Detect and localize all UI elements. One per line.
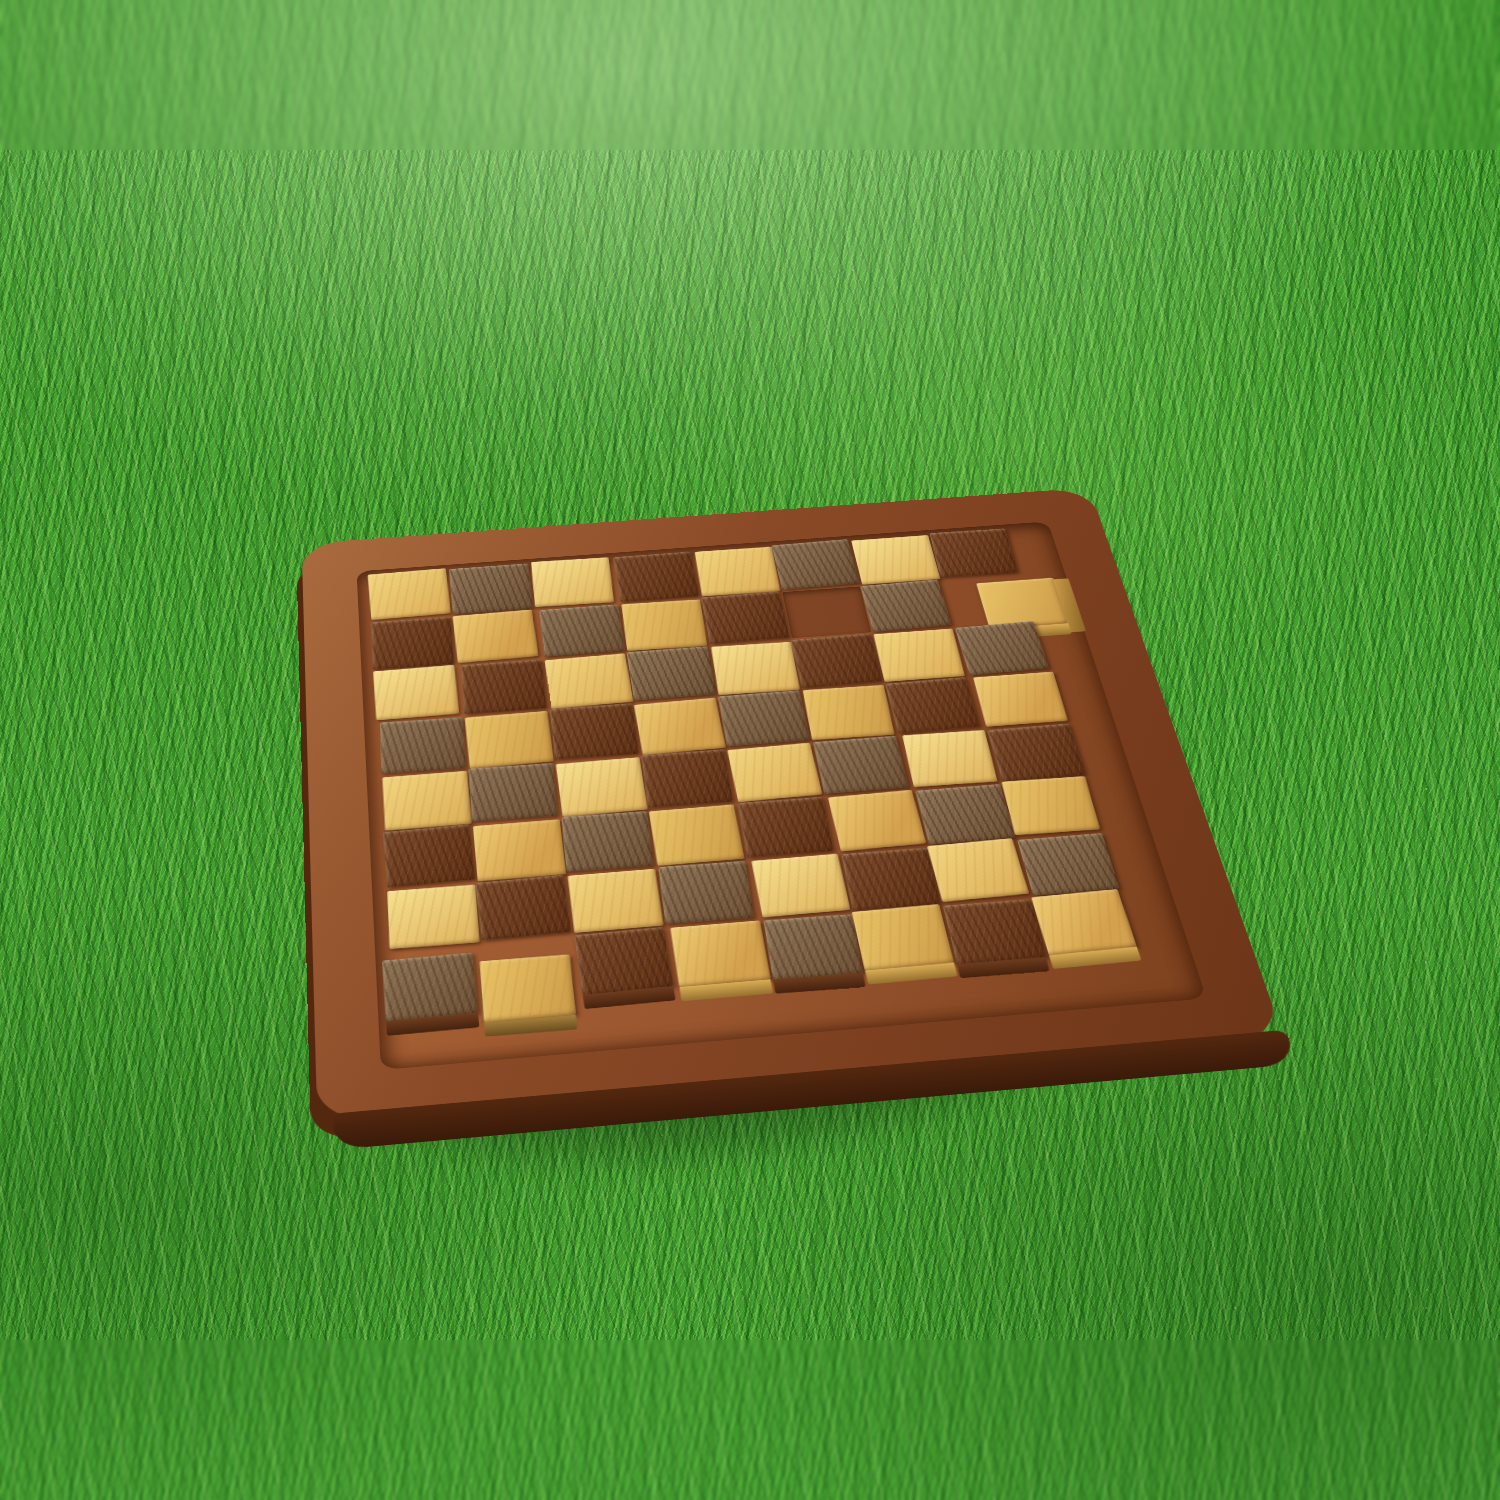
sunlight-overlay — [0, 0, 1500, 1500]
